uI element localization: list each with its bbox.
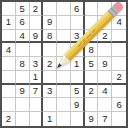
cell-r2c3[interactable] xyxy=(30,16,44,30)
cell-r8c4[interactable] xyxy=(43,98,57,112)
cell-r5c5[interactable] xyxy=(57,57,71,71)
cell-r1c4[interactable] xyxy=(43,2,57,16)
cell-r9c2[interactable] xyxy=(16,112,30,126)
cell-r2c2[interactable]: 6 xyxy=(16,16,30,30)
cell-r4c8[interactable] xyxy=(98,43,112,57)
cell-r9c1[interactable]: 2 xyxy=(2,112,16,126)
cell-r2c8[interactable] xyxy=(98,16,112,30)
cell-r1c3[interactable]: 2 xyxy=(30,2,44,16)
cell-r7c7[interactable]: 2 xyxy=(85,85,99,99)
cell-r6c7[interactable] xyxy=(85,71,99,85)
cell-r2c6[interactable] xyxy=(71,16,85,30)
cell-r9c6[interactable] xyxy=(71,112,85,126)
cell-r8c8[interactable] xyxy=(98,98,112,112)
cell-r1c6[interactable]: 6 xyxy=(71,2,85,16)
cell-r1c9[interactable] xyxy=(112,2,126,16)
cell-r7c4[interactable]: 3 xyxy=(43,85,57,99)
cell-r1c2[interactable]: 5 xyxy=(16,2,30,16)
cell-r2c4[interactable]: 9 xyxy=(43,16,57,30)
cell-r4c6[interactable] xyxy=(71,43,85,57)
sudoku-grid: 5261694498324883215912973524962197 xyxy=(0,0,128,128)
cell-r6c2[interactable] xyxy=(16,71,30,85)
cell-r4c5[interactable] xyxy=(57,43,71,57)
cell-r4c4[interactable] xyxy=(43,43,57,57)
cell-r7c8[interactable]: 4 xyxy=(98,85,112,99)
sudoku-board: 5261694498324883215912973524962197 xyxy=(0,0,128,128)
cell-r5c8[interactable]: 9 xyxy=(98,57,112,71)
cell-r8c1[interactable] xyxy=(2,98,16,112)
cell-r6c8[interactable] xyxy=(98,71,112,85)
cell-r6c6[interactable] xyxy=(71,71,85,85)
cell-r5c9[interactable] xyxy=(112,57,126,71)
cell-r5c2[interactable]: 8 xyxy=(16,57,30,71)
cell-r5c3[interactable]: 3 xyxy=(30,57,44,71)
cell-r4c2[interactable] xyxy=(16,43,30,57)
cell-r1c7[interactable] xyxy=(85,2,99,16)
cell-r3c9[interactable] xyxy=(112,30,126,44)
cell-r8c2[interactable] xyxy=(16,98,30,112)
cell-r4c7[interactable]: 8 xyxy=(85,43,99,57)
cell-r9c3[interactable] xyxy=(30,112,44,126)
cell-r3c7[interactable] xyxy=(85,30,99,44)
cell-r7c1[interactable] xyxy=(2,85,16,99)
cell-r2c9[interactable]: 4 xyxy=(112,16,126,30)
cell-r6c3[interactable]: 1 xyxy=(30,71,44,85)
cell-r7c9[interactable] xyxy=(112,85,126,99)
cell-r1c5[interactable] xyxy=(57,2,71,16)
cell-r9c9[interactable] xyxy=(112,112,126,126)
cell-r5c1[interactable] xyxy=(2,57,16,71)
cell-r5c4[interactable]: 2 xyxy=(43,57,57,71)
cell-r9c7[interactable]: 9 xyxy=(85,112,99,126)
cell-r9c8[interactable]: 7 xyxy=(98,112,112,126)
cell-r3c5[interactable] xyxy=(57,30,71,44)
cell-r2c1[interactable]: 1 xyxy=(2,16,16,30)
cell-r9c4[interactable]: 1 xyxy=(43,112,57,126)
cell-r3c4[interactable]: 8 xyxy=(43,30,57,44)
cell-r5c7[interactable]: 5 xyxy=(85,57,99,71)
cell-r3c8[interactable]: 2 xyxy=(98,30,112,44)
cell-r6c4[interactable] xyxy=(43,71,57,85)
cell-r8c3[interactable] xyxy=(30,98,44,112)
cell-r7c3[interactable]: 7 xyxy=(30,85,44,99)
cell-r7c5[interactable] xyxy=(57,85,71,99)
cell-r3c2[interactable]: 4 xyxy=(16,30,30,44)
cell-r6c1[interactable] xyxy=(2,71,16,85)
cell-r8c9[interactable]: 6 xyxy=(112,98,126,112)
cell-r6c9[interactable]: 2 xyxy=(112,71,126,85)
cell-r4c9[interactable] xyxy=(112,43,126,57)
cell-r7c6[interactable]: 5 xyxy=(71,85,85,99)
cell-r2c7[interactable] xyxy=(85,16,99,30)
cell-r3c1[interactable] xyxy=(2,30,16,44)
cell-r9c5[interactable] xyxy=(57,112,71,126)
cell-r8c7[interactable] xyxy=(85,98,99,112)
cell-r8c5[interactable] xyxy=(57,98,71,112)
cell-r2c5[interactable] xyxy=(57,16,71,30)
cell-r3c6[interactable]: 3 xyxy=(71,30,85,44)
cell-r1c1[interactable] xyxy=(2,2,16,16)
cell-r4c3[interactable] xyxy=(30,43,44,57)
cell-r7c2[interactable]: 9 xyxy=(16,85,30,99)
cell-r3c3[interactable]: 9 xyxy=(30,30,44,44)
cell-r8c6[interactable]: 9 xyxy=(71,98,85,112)
cell-r5c6[interactable]: 1 xyxy=(71,57,85,71)
cell-r1c8[interactable] xyxy=(98,2,112,16)
cell-r6c5[interactable] xyxy=(57,71,71,85)
cell-r4c1[interactable]: 4 xyxy=(2,43,16,57)
